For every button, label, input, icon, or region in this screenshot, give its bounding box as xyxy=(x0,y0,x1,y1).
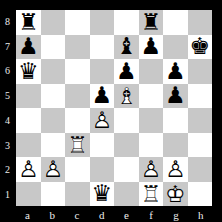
square-b2[interactable]: ♟♙ xyxy=(41,157,66,182)
piece-white-king-g1[interactable]: ♚♔ xyxy=(163,182,188,207)
white-piece-outline-icon: ♙ xyxy=(16,158,41,181)
file-label-h: h xyxy=(188,207,213,222)
piece-white-pawn-g2[interactable]: ♟♙ xyxy=(163,157,188,182)
square-h3[interactable] xyxy=(188,133,213,158)
rank-label-1: 1 xyxy=(0,182,15,207)
square-d5[interactable]: ♟ xyxy=(90,84,115,109)
square-g1[interactable]: ♚♔ xyxy=(163,182,188,207)
square-d7[interactable] xyxy=(90,35,115,60)
piece-black-pawn-d5[interactable]: ♟ xyxy=(90,84,115,109)
piece-white-pawn-f2[interactable]: ♟♙ xyxy=(139,157,164,182)
piece-white-pawn-a2[interactable]: ♟♙ xyxy=(16,157,41,182)
rank-label-2: 2 xyxy=(0,158,15,183)
chess-board: ♜♜♟♝♟♚♛♟♟♟♝♗♟♟♙♜♖♟♙♟♙♟♙♟♙♛♜♖♚♔ xyxy=(15,9,213,207)
square-b4[interactable] xyxy=(41,108,66,133)
square-d2[interactable] xyxy=(90,157,115,182)
piece-black-pawn-g5[interactable]: ♟ xyxy=(163,84,188,109)
rank-label-7: 7 xyxy=(0,34,15,59)
square-a4[interactable] xyxy=(16,108,41,133)
square-f4[interactable] xyxy=(139,108,164,133)
square-b8[interactable] xyxy=(41,10,66,35)
square-a6[interactable]: ♛ xyxy=(16,59,41,84)
piece-black-queen-d1[interactable]: ♛ xyxy=(90,182,115,207)
square-c3[interactable]: ♜♖ xyxy=(65,133,90,158)
square-c2[interactable] xyxy=(65,157,90,182)
file-labels: abcdefgh xyxy=(15,207,213,222)
file-label-g: g xyxy=(164,207,189,222)
square-e8[interactable] xyxy=(114,10,139,35)
square-d6[interactable] xyxy=(90,59,115,84)
piece-white-rook-c3[interactable]: ♜♖ xyxy=(65,133,90,158)
square-a7[interactable]: ♟ xyxy=(16,35,41,60)
white-piece-outline-icon: ♙ xyxy=(163,158,188,181)
file-label-b: b xyxy=(40,207,65,222)
file-label-e: e xyxy=(114,207,139,222)
piece-black-bishop-e7[interactable]: ♝ xyxy=(114,35,139,60)
square-h6[interactable] xyxy=(188,59,213,84)
rank-label-6: 6 xyxy=(0,59,15,84)
square-b1[interactable] xyxy=(41,182,66,207)
piece-black-queen-a6[interactable]: ♛ xyxy=(16,59,41,84)
square-c4[interactable] xyxy=(65,108,90,133)
piece-white-pawn-b2[interactable]: ♟♙ xyxy=(41,157,66,182)
square-f6[interactable] xyxy=(139,59,164,84)
square-c6[interactable] xyxy=(65,59,90,84)
piece-black-pawn-a7[interactable]: ♟ xyxy=(16,35,41,60)
square-f7[interactable]: ♟ xyxy=(139,35,164,60)
square-d8[interactable] xyxy=(90,10,115,35)
square-h2[interactable] xyxy=(188,157,213,182)
square-e1[interactable] xyxy=(114,182,139,207)
white-piece-outline-icon: ♖ xyxy=(65,133,90,156)
square-d1[interactable]: ♛ xyxy=(90,182,115,207)
square-f5[interactable] xyxy=(139,84,164,109)
square-b5[interactable] xyxy=(41,84,66,109)
square-b6[interactable] xyxy=(41,59,66,84)
white-piece-outline-icon: ♙ xyxy=(139,158,164,181)
file-label-a: a xyxy=(15,207,40,222)
square-g2[interactable]: ♟♙ xyxy=(163,157,188,182)
piece-black-pawn-f7[interactable]: ♟ xyxy=(139,35,164,60)
square-f1[interactable]: ♜♖ xyxy=(139,182,164,207)
file-label-d: d xyxy=(89,207,114,222)
square-d3[interactable] xyxy=(90,133,115,158)
square-f3[interactable] xyxy=(139,133,164,158)
square-g4[interactable] xyxy=(163,108,188,133)
square-c7[interactable] xyxy=(65,35,90,60)
square-g6[interactable]: ♟ xyxy=(163,59,188,84)
piece-white-bishop-e5[interactable]: ♝♗ xyxy=(114,84,139,109)
square-d4[interactable]: ♟♙ xyxy=(90,108,115,133)
rank-label-4: 4 xyxy=(0,108,15,133)
square-e2[interactable] xyxy=(114,157,139,182)
rank-labels: 87654321 xyxy=(0,9,15,207)
piece-black-king-h7[interactable]: ♚ xyxy=(188,35,213,60)
square-g7[interactable] xyxy=(163,35,188,60)
square-h4[interactable] xyxy=(188,108,213,133)
square-h5[interactable] xyxy=(188,84,213,109)
square-c5[interactable] xyxy=(65,84,90,109)
square-a2[interactable]: ♟♙ xyxy=(16,157,41,182)
file-label-f: f xyxy=(139,207,164,222)
white-piece-outline-icon: ♙ xyxy=(90,109,115,132)
piece-white-rook-f1[interactable]: ♜♖ xyxy=(139,182,164,207)
square-g5[interactable]: ♟ xyxy=(163,84,188,109)
piece-white-pawn-d4[interactable]: ♟♙ xyxy=(90,108,115,133)
square-a1[interactable] xyxy=(16,182,41,207)
piece-black-pawn-e6[interactable]: ♟ xyxy=(114,59,139,84)
square-e3[interactable] xyxy=(114,133,139,158)
square-c1[interactable] xyxy=(65,182,90,207)
square-a8[interactable]: ♜ xyxy=(16,10,41,35)
square-g8[interactable] xyxy=(163,10,188,35)
square-e5[interactable]: ♝♗ xyxy=(114,84,139,109)
white-piece-outline-icon: ♖ xyxy=(139,182,164,205)
square-h1[interactable] xyxy=(188,182,213,207)
square-f2[interactable]: ♟♙ xyxy=(139,157,164,182)
file-label-c: c xyxy=(65,207,90,222)
square-e6[interactable]: ♟ xyxy=(114,59,139,84)
square-a5[interactable] xyxy=(16,84,41,109)
rank-label-5: 5 xyxy=(0,83,15,108)
square-a3[interactable] xyxy=(16,133,41,158)
square-g3[interactable] xyxy=(163,133,188,158)
square-f8[interactable]: ♜ xyxy=(139,10,164,35)
square-b3[interactable] xyxy=(41,133,66,158)
rank-label-8: 8 xyxy=(0,9,15,34)
white-piece-outline-icon: ♗ xyxy=(114,84,139,107)
square-c8[interactable] xyxy=(65,10,90,35)
piece-black-rook-f8[interactable]: ♜ xyxy=(139,10,164,35)
square-e4[interactable] xyxy=(114,108,139,133)
square-h8[interactable] xyxy=(188,10,213,35)
square-h7[interactable]: ♚ xyxy=(188,35,213,60)
square-b7[interactable] xyxy=(41,35,66,60)
rank-label-3: 3 xyxy=(0,133,15,158)
piece-black-rook-a8[interactable]: ♜ xyxy=(16,10,41,35)
white-piece-outline-icon: ♔ xyxy=(163,182,188,205)
white-piece-outline-icon: ♙ xyxy=(41,158,66,181)
square-e7[interactable]: ♝ xyxy=(114,35,139,60)
piece-black-pawn-g6[interactable]: ♟ xyxy=(163,59,188,84)
